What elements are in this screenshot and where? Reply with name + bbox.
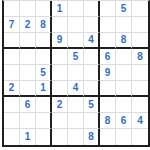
sudoku-cell-r2c6[interactable] [84, 17, 100, 33]
sudoku-cell-r9c1[interactable] [4, 129, 20, 145]
sudoku-cell-r9c9[interactable] [132, 129, 148, 145]
sudoku-cell-r5c4[interactable] [52, 65, 68, 81]
sudoku-cell-r5c9[interactable] [132, 65, 148, 81]
sudoku-cell-r6c7[interactable] [100, 81, 116, 97]
sudoku-cell-r9c6[interactable]: 8 [84, 129, 100, 145]
sudoku-cell-r7c6[interactable]: 5 [84, 97, 100, 113]
sudoku-cell-r6c3[interactable]: 1 [36, 81, 52, 97]
sudoku-cell-r6c9[interactable] [132, 81, 148, 97]
sudoku-cell-r5c6[interactable] [84, 65, 100, 81]
sudoku-cell-r8c6[interactable] [84, 113, 100, 129]
sudoku-cell-r4c2[interactable] [20, 49, 36, 65]
sudoku-cell-r3c3[interactable] [36, 33, 52, 49]
sudoku-cell-r7c3[interactable] [36, 97, 52, 113]
sudoku-cell-r3c9[interactable] [132, 33, 148, 49]
sudoku-cell-r3c7[interactable] [100, 33, 116, 49]
sudoku-cell-r2c4[interactable] [52, 17, 68, 33]
sudoku-cell-r4c1[interactable] [4, 49, 20, 65]
sudoku-cell-r8c3[interactable] [36, 113, 52, 129]
sudoku-cell-r3c5[interactable] [68, 33, 84, 49]
sudoku-cell-r2c9[interactable] [132, 17, 148, 33]
sudoku-cell-r8c1[interactable] [4, 113, 20, 129]
sudoku-cell-r3c4[interactable]: 9 [52, 33, 68, 49]
sudoku-cell-r7c4[interactable]: 2 [52, 97, 68, 113]
sudoku-cell-r9c3[interactable] [36, 129, 52, 145]
sudoku-cell-r3c8[interactable]: 8 [116, 33, 132, 49]
sudoku-cell-r6c4[interactable] [52, 81, 68, 97]
sudoku-cell-r7c7[interactable] [100, 97, 116, 113]
sudoku-cell-r9c5[interactable] [68, 129, 84, 145]
sudoku-cell-r3c2[interactable] [20, 33, 36, 49]
sudoku-cell-r2c5[interactable] [68, 17, 84, 33]
sudoku-cell-r8c8[interactable]: 6 [116, 113, 132, 129]
sudoku-cell-r9c2[interactable]: 1 [20, 129, 36, 145]
sudoku-cell-r7c8[interactable] [116, 97, 132, 113]
sudoku-cell-r7c9[interactable] [132, 97, 148, 113]
sudoku-cell-r1c9[interactable] [132, 1, 148, 17]
sudoku-cell-r4c8[interactable] [116, 49, 132, 65]
sudoku-cell-r6c8[interactable] [116, 81, 132, 97]
sudoku-cell-r5c7[interactable]: 9 [100, 65, 116, 81]
sudoku-cell-r1c2[interactable] [20, 1, 36, 17]
sudoku-cell-r6c5[interactable]: 4 [68, 81, 84, 97]
sudoku-cell-r8c7[interactable]: 8 [100, 113, 116, 129]
sudoku-cell-r6c6[interactable] [84, 81, 100, 97]
sudoku-cell-r2c7[interactable] [100, 17, 116, 33]
sudoku-cell-r8c2[interactable] [20, 113, 36, 129]
sudoku-cell-r1c6[interactable] [84, 1, 100, 17]
sudoku-cell-r7c1[interactable] [4, 97, 20, 113]
sudoku-cell-r9c8[interactable] [116, 129, 132, 145]
sudoku-cell-r5c5[interactable] [68, 65, 84, 81]
sudoku-cell-r4c6[interactable] [84, 49, 100, 65]
sudoku-cell-r1c4[interactable]: 1 [52, 1, 68, 17]
sudoku-cell-r4c4[interactable] [52, 49, 68, 65]
sudoku-cell-r6c1[interactable]: 2 [4, 81, 20, 97]
sudoku-cell-r2c1[interactable]: 7 [4, 17, 20, 33]
sudoku-cell-r1c3[interactable] [36, 1, 52, 17]
sudoku-cell-r4c5[interactable]: 5 [68, 49, 84, 65]
sudoku-cell-r4c9[interactable]: 8 [132, 49, 148, 65]
sudoku-cell-r2c8[interactable] [116, 17, 132, 33]
sudoku-cell-r8c4[interactable] [52, 113, 68, 129]
sudoku-cell-r3c6[interactable]: 4 [84, 33, 100, 49]
sudoku-cell-r2c3[interactable]: 8 [36, 17, 52, 33]
sudoku-board: 157289485685921462586418 [2, 0, 150, 147]
sudoku-cell-r9c4[interactable] [52, 129, 68, 145]
sudoku-cell-r5c3[interactable]: 5 [36, 65, 52, 81]
sudoku-cell-r1c7[interactable] [100, 1, 116, 17]
sudoku-cell-r5c8[interactable] [116, 65, 132, 81]
sudoku-cell-r9c7[interactable] [100, 129, 116, 145]
sudoku-cell-r5c1[interactable] [4, 65, 20, 81]
sudoku-cell-r8c9[interactable]: 4 [132, 113, 148, 129]
sudoku-cell-r2c2[interactable]: 2 [20, 17, 36, 33]
sudoku-cell-r1c8[interactable]: 5 [116, 1, 132, 17]
sudoku-cell-r6c2[interactable] [20, 81, 36, 97]
sudoku-cell-r5c2[interactable] [20, 65, 36, 81]
sudoku-cell-r7c2[interactable]: 6 [20, 97, 36, 113]
sudoku-cell-r4c3[interactable] [36, 49, 52, 65]
sudoku-cell-r1c1[interactable] [4, 1, 20, 17]
sudoku-cell-r4c7[interactable]: 6 [100, 49, 116, 65]
sudoku-cell-r3c1[interactable] [4, 33, 20, 49]
sudoku-cell-r8c5[interactable] [68, 113, 84, 129]
sudoku-cell-r7c5[interactable] [68, 97, 84, 113]
sudoku-cell-r1c5[interactable] [68, 1, 84, 17]
